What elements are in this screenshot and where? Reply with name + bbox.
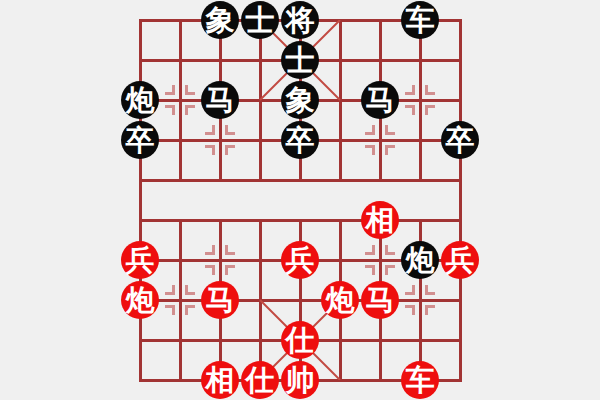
point-marker-corner	[425, 305, 435, 315]
point-marker-corner	[185, 285, 195, 295]
piece-red-advisor-1[interactable]: 仕	[281, 321, 319, 359]
point-marker-corner	[225, 145, 235, 155]
point-marker-corner	[165, 105, 175, 115]
piece-black-chariot-1[interactable]: 车	[401, 1, 439, 39]
point-marker-corner	[405, 105, 415, 115]
grid-line	[179, 219, 182, 381]
piece-black-soldier-3[interactable]: 卒	[441, 121, 479, 159]
piece-red-soldier-3[interactable]: 兵	[441, 241, 479, 279]
point-marker-corner	[385, 245, 395, 255]
piece-red-horse-2[interactable]: 马	[361, 281, 399, 319]
piece-black-horse-2[interactable]: 马	[361, 81, 399, 119]
point-marker-corner	[205, 265, 215, 275]
xiangqi-board: 象士将车士炮马象马卒卒卒相兵兵炮兵炮马炮马仕相仕帅车	[140, 20, 460, 380]
point-marker-corner	[425, 85, 435, 95]
piece-red-soldier-1[interactable]: 兵	[121, 241, 159, 279]
point-marker-corner	[185, 305, 195, 315]
piece-black-cannon-1[interactable]: 炮	[121, 81, 159, 119]
point-marker-corner	[385, 145, 395, 155]
piece-red-elephant-1[interactable]: 相	[361, 201, 399, 239]
grid-line	[459, 19, 462, 382]
piece-black-elephant-1[interactable]: 象	[201, 1, 239, 39]
piece-black-soldier-2[interactable]: 卒	[281, 121, 319, 159]
piece-red-advisor-2[interactable]: 仕	[241, 361, 279, 399]
point-marker-corner	[205, 245, 215, 255]
grid-line	[179, 19, 182, 181]
grid-line	[339, 19, 342, 181]
point-marker-corner	[365, 265, 375, 275]
piece-red-cannon-2[interactable]: 炮	[321, 281, 359, 319]
point-marker-corner	[185, 85, 195, 95]
point-marker-corner	[425, 105, 435, 115]
point-marker-corner	[225, 245, 235, 255]
piece-red-chariot-1[interactable]: 车	[401, 361, 439, 399]
point-marker-corner	[205, 125, 215, 135]
point-marker-corner	[225, 265, 235, 275]
grid-line	[139, 19, 142, 382]
point-marker-corner	[365, 125, 375, 135]
point-marker-corner	[405, 305, 415, 315]
point-marker-corner	[405, 85, 415, 95]
piece-black-general[interactable]: 将	[281, 1, 319, 39]
piece-red-cannon-1[interactable]: 炮	[121, 281, 159, 319]
piece-black-advisor-1[interactable]: 士	[241, 1, 279, 39]
piece-red-soldier-2[interactable]: 兵	[281, 241, 319, 279]
point-marker-corner	[405, 285, 415, 295]
point-marker-corner	[425, 285, 435, 295]
point-marker-corner	[205, 145, 215, 155]
point-marker-corner	[165, 85, 175, 95]
grid-line	[259, 219, 262, 381]
point-marker-corner	[165, 305, 175, 315]
piece-black-advisor-2[interactable]: 士	[281, 41, 319, 79]
piece-red-general[interactable]: 帅	[281, 361, 319, 399]
piece-black-elephant-2[interactable]: 象	[281, 81, 319, 119]
grid-line	[259, 19, 262, 181]
piece-red-horse-1[interactable]: 马	[201, 281, 239, 319]
point-marker-corner	[225, 125, 235, 135]
point-marker-corner	[365, 245, 375, 255]
point-marker-corner	[165, 285, 175, 295]
piece-black-horse-1[interactable]: 马	[201, 81, 239, 119]
piece-red-elephant-2[interactable]: 相	[201, 361, 239, 399]
point-marker-corner	[385, 265, 395, 275]
point-marker-corner	[365, 145, 375, 155]
grid-line	[419, 19, 422, 181]
piece-black-soldier-1[interactable]: 卒	[121, 121, 159, 159]
piece-black-cannon-2[interactable]: 炮	[401, 241, 439, 279]
point-marker-corner	[185, 105, 195, 115]
app-screen: 象士将车士炮马象马卒卒卒相兵兵炮兵炮马炮马仕相仕帅车	[0, 0, 600, 400]
point-marker-corner	[385, 125, 395, 135]
